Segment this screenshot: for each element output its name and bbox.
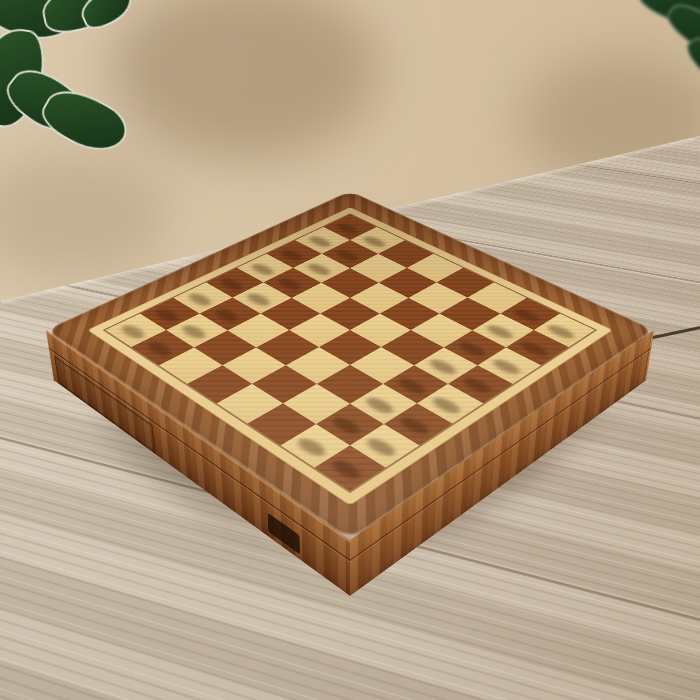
white-rook-icon: ♜	[327, 390, 372, 472]
black-pawn-icon: ♟	[147, 296, 178, 351]
chess-box: ♜♟♟♜♞♟♟♞♝♟♟♝♚♟♟♚♛♟♟♛♝♟♟♝♞♟♟♞♜♟♟♜	[46, 191, 654, 540]
perspective-container: ♜♟♟♜♞♟♟♞♝♟♟♝♚♟♟♚♛♟♟♛♝♟♟♝♞♟♟♞♜♟♟♜	[0, 0, 700, 700]
scene: ♜♟♟♜♞♟♟♞♝♟♟♝♚♟♟♚♛♟♟♛♝♟♟♝♞♟♟♞♜♟♟♜	[0, 0, 700, 700]
square-a4[interactable]	[217, 384, 284, 424]
square-c5[interactable]	[256, 330, 318, 365]
box-edge-highlight	[644, 330, 654, 382]
square-b5[interactable]	[222, 347, 286, 384]
square-a5[interactable]	[187, 365, 252, 403]
